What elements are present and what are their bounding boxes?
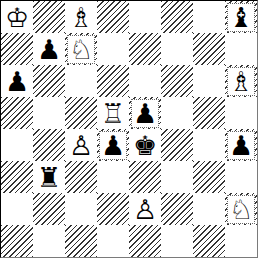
square-e3[interactable] bbox=[129, 161, 161, 193]
square-d7[interactable] bbox=[97, 33, 129, 65]
square-b2[interactable] bbox=[33, 193, 65, 225]
square-g4[interactable] bbox=[193, 129, 225, 161]
square-h7[interactable] bbox=[225, 33, 257, 65]
square-b1[interactable] bbox=[33, 225, 65, 257]
piece-white-rook: ♖ bbox=[101, 100, 125, 127]
square-a5[interactable] bbox=[1, 97, 33, 129]
square-e5[interactable]: ♟ bbox=[129, 97, 161, 129]
piece-white-knight: ♘ bbox=[67, 35, 95, 64]
piece-white-pawn: ♙ bbox=[69, 132, 93, 159]
square-f4[interactable] bbox=[161, 129, 193, 161]
piece-black-king: ♚ bbox=[133, 132, 157, 159]
square-f3[interactable] bbox=[161, 161, 193, 193]
square-b4[interactable] bbox=[33, 129, 65, 161]
square-f1[interactable] bbox=[161, 225, 193, 257]
square-a8[interactable]: ♔ bbox=[1, 1, 33, 33]
square-c4[interactable]: ♙ bbox=[65, 129, 97, 161]
square-d5[interactable]: ♖ bbox=[97, 97, 129, 129]
piece-black-pawn: ♟ bbox=[99, 131, 127, 160]
piece-black-bishop: ♝ bbox=[227, 3, 255, 32]
square-b5[interactable] bbox=[33, 97, 65, 129]
square-h3[interactable] bbox=[225, 161, 257, 193]
square-d8[interactable] bbox=[97, 1, 129, 33]
piece-black-rook: ♜ bbox=[37, 164, 61, 191]
square-a2[interactable] bbox=[1, 193, 33, 225]
square-d1[interactable] bbox=[97, 225, 129, 257]
piece-black-pawn: ♟ bbox=[5, 68, 29, 95]
square-g1[interactable] bbox=[193, 225, 225, 257]
square-h6[interactable]: ♗ bbox=[225, 65, 257, 97]
piece-white-bishop: ♗ bbox=[69, 4, 93, 31]
piece-white-knight: ♘ bbox=[227, 195, 255, 224]
square-b6[interactable] bbox=[33, 65, 65, 97]
square-f8[interactable] bbox=[161, 1, 193, 33]
square-c5[interactable] bbox=[65, 97, 97, 129]
square-e8[interactable] bbox=[129, 1, 161, 33]
square-c6[interactable] bbox=[65, 65, 97, 97]
square-c7[interactable]: ♘ bbox=[65, 33, 97, 65]
square-b8[interactable] bbox=[33, 1, 65, 33]
square-b7[interactable]: ♟ bbox=[33, 33, 65, 65]
square-g6[interactable] bbox=[193, 65, 225, 97]
square-a1[interactable] bbox=[1, 225, 33, 257]
square-f5[interactable] bbox=[161, 97, 193, 129]
square-h1[interactable] bbox=[225, 225, 257, 257]
square-d3[interactable] bbox=[97, 161, 129, 193]
square-b3[interactable]: ♜ bbox=[33, 161, 65, 193]
square-d4[interactable]: ♟ bbox=[97, 129, 129, 161]
square-c8[interactable]: ♗ bbox=[65, 1, 97, 33]
piece-white-king: ♔ bbox=[5, 4, 29, 31]
square-g5[interactable] bbox=[193, 97, 225, 129]
square-a7[interactable] bbox=[1, 33, 33, 65]
square-a3[interactable] bbox=[1, 161, 33, 193]
square-h2[interactable]: ♘ bbox=[225, 193, 257, 225]
square-e2[interactable]: ♙ bbox=[129, 193, 161, 225]
piece-black-pawn: ♟ bbox=[227, 131, 255, 160]
square-d6[interactable] bbox=[97, 65, 129, 97]
square-g3[interactable] bbox=[193, 161, 225, 193]
square-h8[interactable]: ♝ bbox=[225, 1, 257, 33]
square-e7[interactable] bbox=[129, 33, 161, 65]
piece-white-bishop: ♗ bbox=[227, 67, 255, 96]
square-g7[interactable] bbox=[193, 33, 225, 65]
square-f2[interactable] bbox=[161, 193, 193, 225]
chess-board: ♔♗♝♟♘♟♗♖♟♙♟♚♟♜♙♘ bbox=[0, 0, 258, 258]
square-a6[interactable]: ♟ bbox=[1, 65, 33, 97]
square-c3[interactable] bbox=[65, 161, 97, 193]
square-e6[interactable] bbox=[129, 65, 161, 97]
square-g2[interactable] bbox=[193, 193, 225, 225]
square-d2[interactable] bbox=[97, 193, 129, 225]
square-e4[interactable]: ♚ bbox=[129, 129, 161, 161]
square-f6[interactable] bbox=[161, 65, 193, 97]
piece-black-pawn: ♟ bbox=[131, 99, 159, 128]
square-c2[interactable] bbox=[65, 193, 97, 225]
square-f7[interactable] bbox=[161, 33, 193, 65]
square-e1[interactable] bbox=[129, 225, 161, 257]
piece-black-pawn: ♟ bbox=[37, 36, 61, 63]
square-g8[interactable] bbox=[193, 1, 225, 33]
square-a4[interactable] bbox=[1, 129, 33, 161]
square-h4[interactable]: ♟ bbox=[225, 129, 257, 161]
square-c1[interactable] bbox=[65, 225, 97, 257]
square-h5[interactable] bbox=[225, 97, 257, 129]
piece-white-pawn: ♙ bbox=[133, 196, 157, 223]
